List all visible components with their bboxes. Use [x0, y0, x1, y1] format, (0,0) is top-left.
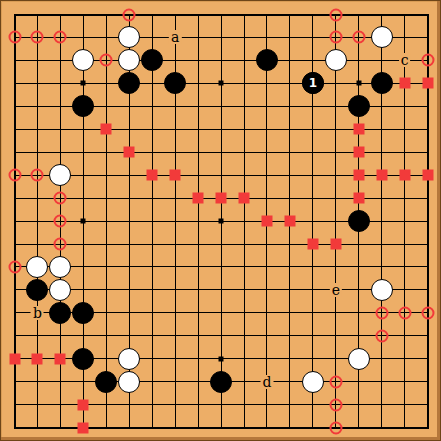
black-stone [118, 72, 140, 94]
white-stone [118, 348, 140, 370]
white-stone [325, 49, 347, 71]
red-circle-marker [100, 54, 113, 67]
black-stone [164, 72, 186, 94]
red-circle-marker [54, 192, 67, 205]
grid-line [244, 15, 245, 428]
grid-line [15, 266, 428, 267]
star-point [81, 219, 86, 224]
black-stone-move-1: 1 [302, 72, 324, 94]
white-stone [49, 256, 71, 278]
red-circle-marker [329, 421, 342, 434]
black-stone [72, 348, 94, 370]
red-circle-marker [8, 31, 21, 44]
red-square-marker [239, 193, 250, 204]
white-stone [49, 279, 71, 301]
grid-line [15, 289, 428, 290]
red-circle-marker [54, 238, 67, 251]
red-square-marker [32, 353, 43, 364]
white-stone [118, 26, 140, 48]
red-square-marker [353, 193, 364, 204]
red-square-marker [353, 147, 364, 158]
star-point [219, 356, 224, 361]
star-point [356, 81, 361, 86]
red-circle-marker [123, 8, 136, 21]
red-square-marker [101, 124, 112, 135]
white-stone [26, 256, 48, 278]
red-square-marker [216, 193, 227, 204]
letter-label-c: c [399, 53, 411, 67]
grid-line [404, 15, 405, 428]
red-circle-marker [329, 31, 342, 44]
red-square-marker [9, 353, 20, 364]
black-stone [348, 210, 370, 232]
red-square-marker [422, 78, 433, 89]
grid-line [15, 335, 428, 336]
red-circle-marker [329, 8, 342, 21]
red-square-marker [376, 170, 387, 181]
black-stone [348, 95, 370, 117]
black-stone [72, 95, 94, 117]
red-circle-marker [54, 215, 67, 228]
white-stone [49, 164, 71, 186]
red-circle-marker [8, 169, 21, 182]
red-circle-marker [421, 306, 434, 319]
red-square-marker [353, 124, 364, 135]
red-circle-marker [31, 31, 44, 44]
star-point [219, 219, 224, 224]
white-stone [72, 49, 94, 71]
red-square-marker [399, 78, 410, 89]
red-square-marker [147, 170, 158, 181]
letter-label-e: e [330, 283, 342, 297]
black-stone [72, 302, 94, 324]
red-square-marker [399, 170, 410, 181]
star-point [219, 81, 224, 86]
white-stone [302, 371, 324, 393]
red-square-marker [170, 170, 181, 181]
white-stone [371, 279, 393, 301]
black-stone [210, 371, 232, 393]
black-stone [371, 72, 393, 94]
red-circle-marker [329, 375, 342, 388]
red-circle-marker [54, 31, 67, 44]
black-stone [26, 279, 48, 301]
red-square-marker [330, 239, 341, 250]
grid-line [335, 15, 336, 428]
black-stone [256, 49, 278, 71]
red-square-marker [193, 193, 204, 204]
red-circle-marker [421, 54, 434, 67]
red-square-marker [284, 216, 295, 227]
red-square-marker [124, 147, 135, 158]
grid-line [15, 404, 428, 405]
red-square-marker [78, 399, 89, 410]
black-stone [49, 302, 71, 324]
red-square-marker [261, 216, 272, 227]
red-circle-marker [375, 306, 388, 319]
red-square-marker [422, 170, 433, 181]
red-circle-marker [8, 260, 21, 273]
white-stone [118, 371, 140, 393]
red-square-marker [78, 422, 89, 433]
black-stone [141, 49, 163, 71]
letter-label-d: d [260, 375, 273, 389]
star-point [81, 81, 86, 86]
red-square-marker [353, 170, 364, 181]
red-circle-marker [31, 169, 44, 182]
red-circle-marker [352, 31, 365, 44]
red-square-marker [55, 353, 66, 364]
red-circle-marker [375, 329, 388, 342]
go-board: 1abcde [0, 0, 441, 441]
white-stone [118, 49, 140, 71]
white-stone [371, 26, 393, 48]
letter-label-b: b [31, 306, 44, 320]
red-circle-marker [398, 306, 411, 319]
grid-line [15, 244, 428, 245]
black-stone [95, 371, 117, 393]
red-square-marker [307, 239, 318, 250]
letter-label-a: a [169, 30, 181, 44]
white-stone [348, 348, 370, 370]
red-circle-marker [329, 398, 342, 411]
